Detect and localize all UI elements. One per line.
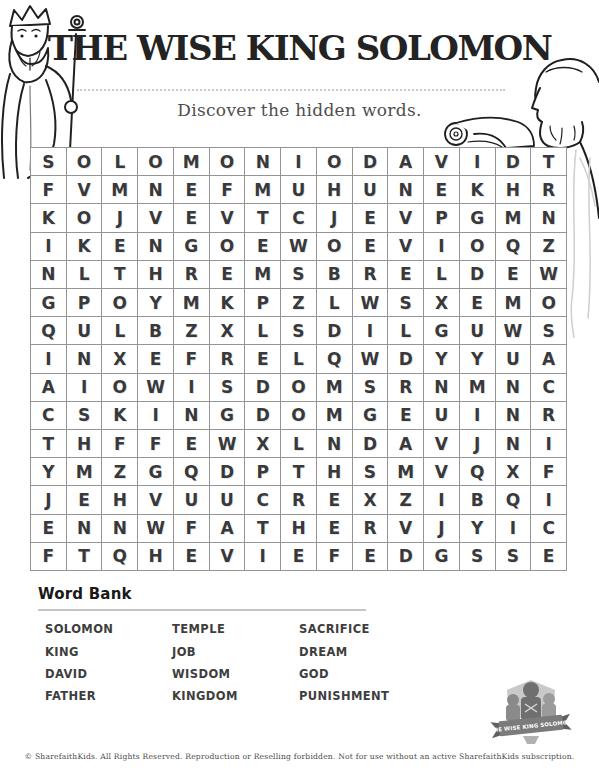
grid-cell-r2c9: H	[317, 176, 353, 204]
grid-cell-r15c15: E	[531, 543, 567, 571]
grid-cell-r2c11: N	[388, 176, 424, 204]
grid-cell-r6c7: P	[245, 289, 281, 317]
grid-cell-r6c3: O	[102, 289, 138, 317]
grid-cell-r15c11: D	[388, 543, 424, 571]
grid-cell-r13c12: I	[424, 486, 460, 514]
grid-cell-r8c15: A	[531, 345, 567, 373]
grid-cell-r14c4: W	[138, 515, 174, 543]
grid-cell-r6c1: G	[31, 289, 67, 317]
grid-cell-r6c12: X	[424, 289, 460, 317]
grid-cell-r4c6: O	[210, 233, 246, 261]
grid-cell-r5c4: H	[138, 261, 174, 289]
grid-cell-r6c10: W	[353, 289, 389, 317]
grid-cell-r8c7: E	[245, 345, 281, 373]
grid-cell-r5c11: E	[388, 261, 424, 289]
grid-cell-r5c15: W	[531, 261, 567, 289]
grid-cell-r2c14: H	[496, 176, 532, 204]
word-bank-item: KINGDOM	[172, 689, 299, 703]
grid-cell-r14c6: A	[210, 515, 246, 543]
grid-cell-r8c9: Q	[317, 345, 353, 373]
grid-cell-r12c11: M	[388, 458, 424, 486]
grid-cell-r14c12: J	[424, 515, 460, 543]
grid-cell-r15c7: I	[245, 543, 281, 571]
grid-cell-r8c13: Y	[460, 345, 496, 373]
grid-cell-r14c5: F	[174, 515, 210, 543]
grid-cell-r15c12: G	[424, 543, 460, 571]
grid-cell-r12c4: G	[138, 458, 174, 486]
grid-cell-r15c10: E	[353, 543, 389, 571]
grid-cell-r7c9: D	[317, 317, 353, 345]
grid-cell-r3c12: P	[424, 204, 460, 232]
grid-cell-r14c2: N	[67, 515, 103, 543]
grid-cell-r14c15: C	[531, 515, 567, 543]
crown-icon	[10, 6, 50, 26]
word-search-grid: SOLOMONIODAVIDTFVMNEFMUHUNEKHRKOJVEVTCJE…	[30, 147, 567, 571]
grid-cell-r7c2: U	[67, 317, 103, 345]
grid-cell-r4c14: Q	[496, 233, 532, 261]
grid-cell-r5c12: L	[424, 261, 460, 289]
grid-cell-r13c11: Z	[388, 486, 424, 514]
grid-cell-r12c3: Z	[102, 458, 138, 486]
grid-cell-r3c14: M	[496, 204, 532, 232]
grid-cell-r10c12: U	[424, 402, 460, 430]
grid-cell-r12c13: Q	[460, 458, 496, 486]
grid-cell-r1c4: O	[138, 148, 174, 176]
grid-cell-r4c13: O	[460, 233, 496, 261]
grid-cell-r9c13: M	[460, 374, 496, 402]
word-bank-item: SACRIFICE	[299, 622, 449, 636]
grid-cell-r4c8: W	[281, 233, 317, 261]
grid-cell-r10c7: D	[245, 402, 281, 430]
word-bank-item: FATHER	[45, 689, 172, 703]
grid-cell-r1c11: A	[388, 148, 424, 176]
grid-cell-r1c13: I	[460, 148, 496, 176]
grid-cell-r2c13: K	[460, 176, 496, 204]
grid-cell-r1c9: O	[317, 148, 353, 176]
word-bank-item: GOD	[299, 667, 449, 681]
grid-cell-r1c6: O	[210, 148, 246, 176]
grid-cell-r5c7: M	[245, 261, 281, 289]
grid-cell-r9c12: N	[424, 374, 460, 402]
grid-cell-r10c6: G	[210, 402, 246, 430]
word-bank-item: TEMPLE	[172, 622, 299, 636]
grid-cell-r11c7: X	[245, 430, 281, 458]
grid-cell-r7c14: W	[496, 317, 532, 345]
grid-cell-r3c4: V	[138, 204, 174, 232]
grid-cell-r13c15: I	[531, 486, 567, 514]
grid-cell-r13c6: U	[210, 486, 246, 514]
word-bank-item: JOB	[172, 645, 299, 659]
word-bank-list: SOLOMONTEMPLESACRIFICEKINGJOBDREAMDAVIDW…	[45, 618, 449, 708]
grid-cell-r15c8: E	[281, 543, 317, 571]
worksheet-page: THE WISE KING SOLOMON Discover the hidde…	[0, 0, 599, 776]
grid-cell-r13c14: Q	[496, 486, 532, 514]
grid-cell-r6c9: L	[317, 289, 353, 317]
grid-cell-r7c7: L	[245, 317, 281, 345]
grid-cell-r2c2: V	[67, 176, 103, 204]
grid-cell-r7c10: I	[353, 317, 389, 345]
grid-cell-r13c10: X	[353, 486, 389, 514]
grid-cell-r4c4: N	[138, 233, 174, 261]
page-title: THE WISE KING SOLOMON	[0, 28, 599, 68]
grid-cell-r2c12: E	[424, 176, 460, 204]
grid-cell-r8c12: Y	[424, 345, 460, 373]
grid-cell-r4c10: E	[353, 233, 389, 261]
grid-cell-r14c3: N	[102, 515, 138, 543]
grid-cell-r12c8: T	[281, 458, 317, 486]
grid-cell-r12c7: P	[245, 458, 281, 486]
grid-cell-r15c9: F	[317, 543, 353, 571]
grid-cell-r15c14: S	[496, 543, 532, 571]
grid-cell-r8c11: D	[388, 345, 424, 373]
grid-cell-r8c2: N	[67, 345, 103, 373]
grid-cell-r3c15: N	[531, 204, 567, 232]
grid-cell-r6c14: M	[496, 289, 532, 317]
grid-cell-r1c8: I	[281, 148, 317, 176]
dotted-divider	[77, 89, 505, 91]
grid-cell-r3c8: C	[281, 204, 317, 232]
grid-cell-r10c14: N	[496, 402, 532, 430]
grid-cell-r2c4: N	[138, 176, 174, 204]
grid-cell-r12c1: Y	[31, 458, 67, 486]
grid-cell-r6c13: E	[460, 289, 496, 317]
grid-cell-r11c1: T	[31, 430, 67, 458]
grid-cell-r7c4: B	[138, 317, 174, 345]
logo-badge: THE WISE KING SOLOMON	[487, 674, 575, 748]
grid-cell-r5c5: R	[174, 261, 210, 289]
grid-cell-r9c11: R	[388, 374, 424, 402]
grid-cell-r1c7: N	[245, 148, 281, 176]
grid-cell-r12c2: M	[67, 458, 103, 486]
grid-cell-r7c13: U	[460, 317, 496, 345]
grid-cell-r14c13: Y	[460, 515, 496, 543]
grid-cell-r9c15: C	[531, 374, 567, 402]
grid-cell-r1c3: L	[102, 148, 138, 176]
grid-cell-r2c7: M	[245, 176, 281, 204]
grid-cell-r15c1: F	[31, 543, 67, 571]
grid-cell-r6c15: O	[531, 289, 567, 317]
grid-cell-r1c1: S	[31, 148, 67, 176]
grid-cell-r6c6: K	[210, 289, 246, 317]
grid-cell-r12c10: S	[353, 458, 389, 486]
grid-cell-r3c7: T	[245, 204, 281, 232]
word-bank-divider	[38, 609, 366, 611]
grid-cell-r11c14: N	[496, 430, 532, 458]
grid-cell-r4c15: Z	[531, 233, 567, 261]
grid-cell-r10c11: E	[388, 402, 424, 430]
grid-cell-r14c9: E	[317, 515, 353, 543]
grid-cell-r8c6: R	[210, 345, 246, 373]
grid-cell-r15c6: V	[210, 543, 246, 571]
grid-cell-r2c8: U	[281, 176, 317, 204]
grid-cell-r10c8: O	[281, 402, 317, 430]
grid-cell-r4c5: G	[174, 233, 210, 261]
grid-cell-r2c10: U	[353, 176, 389, 204]
grid-cell-r10c4: I	[138, 402, 174, 430]
grid-cell-r9c4: W	[138, 374, 174, 402]
grid-cell-r8c8: L	[281, 345, 317, 373]
grid-cell-r11c2: H	[67, 430, 103, 458]
grid-cell-r3c13: G	[460, 204, 496, 232]
grid-cell-r4c2: K	[67, 233, 103, 261]
grid-cell-r13c9: E	[317, 486, 353, 514]
grid-cell-r13c4: V	[138, 486, 174, 514]
grid-cell-r11c5: E	[174, 430, 210, 458]
grid-cell-r3c3: J	[102, 204, 138, 232]
grid-cell-r12c5: Q	[174, 458, 210, 486]
grid-cell-r3c6: V	[210, 204, 246, 232]
word-bank-item: DREAM	[299, 645, 449, 659]
grid-cell-r9c9: M	[317, 374, 353, 402]
grid-cell-r11c12: V	[424, 430, 460, 458]
grid-cell-r5c10: R	[353, 261, 389, 289]
grid-cell-r7c11: L	[388, 317, 424, 345]
grid-cell-r8c5: F	[174, 345, 210, 373]
grid-cell-r10c13: I	[460, 402, 496, 430]
word-bank-item: DAVID	[45, 667, 172, 681]
grid-cell-r14c10: R	[353, 515, 389, 543]
page-subtitle: Discover the hidden words.	[0, 100, 599, 120]
grid-cell-r9c5: I	[174, 374, 210, 402]
word-bank-item: KING	[45, 645, 172, 659]
grid-cell-r1c5: M	[174, 148, 210, 176]
grid-cell-r4c11: V	[388, 233, 424, 261]
grid-cell-r5c2: L	[67, 261, 103, 289]
grid-cell-r2c3: M	[102, 176, 138, 204]
grid-cell-r7c5: Z	[174, 317, 210, 345]
grid-cell-r7c6: X	[210, 317, 246, 345]
grid-cell-r13c13: B	[460, 486, 496, 514]
grid-cell-r10c9: M	[317, 402, 353, 430]
word-bank-item: PUNISHMENT	[299, 689, 449, 703]
grid-cell-r7c8: S	[281, 317, 317, 345]
grid-cell-r4c1: I	[31, 233, 67, 261]
grid-cell-r5c1: N	[31, 261, 67, 289]
grid-cell-r15c4: H	[138, 543, 174, 571]
grid-cell-r11c6: W	[210, 430, 246, 458]
grid-cell-r9c1: A	[31, 374, 67, 402]
grid-cell-r9c7: D	[245, 374, 281, 402]
grid-cell-r10c5: N	[174, 402, 210, 430]
grid-cell-r3c9: J	[317, 204, 353, 232]
grid-cell-r7c3: L	[102, 317, 138, 345]
grid-cell-r2c1: F	[31, 176, 67, 204]
grid-cell-r4c12: I	[424, 233, 460, 261]
grid-cell-r6c4: Y	[138, 289, 174, 317]
grid-cell-r5c14: E	[496, 261, 532, 289]
grid-cell-r10c3: K	[102, 402, 138, 430]
footer-copyright: © SharefaithKids. All Rights Reserved. R…	[0, 752, 599, 761]
grid-cell-r13c5: U	[174, 486, 210, 514]
grid-cell-r1c10: D	[353, 148, 389, 176]
logo-characters-icon	[506, 680, 556, 721]
grid-cell-r4c7: E	[245, 233, 281, 261]
grid-cell-r12c6: D	[210, 458, 246, 486]
grid-cell-r14c7: T	[245, 515, 281, 543]
grid-cell-r6c5: M	[174, 289, 210, 317]
grid-cell-r11c15: I	[531, 430, 567, 458]
grid-cell-r9c6: S	[210, 374, 246, 402]
grid-cell-r1c15: T	[531, 148, 567, 176]
grid-cell-r8c10: W	[353, 345, 389, 373]
grid-cell-r13c1: J	[31, 486, 67, 514]
grid-cell-r11c11: A	[388, 430, 424, 458]
grid-cell-r9c2: I	[67, 374, 103, 402]
grid-cell-r10c2: S	[67, 402, 103, 430]
grid-cell-r7c15: S	[531, 317, 567, 345]
grid-cell-r1c12: V	[424, 148, 460, 176]
grid-cell-r1c14: D	[496, 148, 532, 176]
grid-cell-r9c10: S	[353, 374, 389, 402]
grid-cell-r9c8: O	[281, 374, 317, 402]
grid-cell-r10c10: G	[353, 402, 389, 430]
grid-cell-r14c11: V	[388, 515, 424, 543]
grid-cell-r2c6: F	[210, 176, 246, 204]
grid-cell-r3c2: O	[67, 204, 103, 232]
grid-cell-r14c8: H	[281, 515, 317, 543]
grid-cell-r7c12: G	[424, 317, 460, 345]
grid-cell-r11c4: F	[138, 430, 174, 458]
grid-cell-r13c7: C	[245, 486, 281, 514]
grid-cell-r7c1: Q	[31, 317, 67, 345]
grid-cell-r14c1: E	[31, 515, 67, 543]
grid-cell-r12c14: X	[496, 458, 532, 486]
grid-cell-r10c15: R	[531, 402, 567, 430]
grid-cell-r5c6: E	[210, 261, 246, 289]
grid-cell-r8c14: U	[496, 345, 532, 373]
grid-cell-r5c13: D	[460, 261, 496, 289]
grid-cell-r14c14: I	[496, 515, 532, 543]
grid-cell-r6c8: Z	[281, 289, 317, 317]
grid-cell-r13c2: E	[67, 486, 103, 514]
grid-cell-r5c3: T	[102, 261, 138, 289]
grid-cell-r15c2: T	[67, 543, 103, 571]
grid-cell-r11c9: N	[317, 430, 353, 458]
grid-cell-r8c4: E	[138, 345, 174, 373]
grid-cell-r2c15: R	[531, 176, 567, 204]
grid-cell-r12c12: V	[424, 458, 460, 486]
grid-cell-r15c5: E	[174, 543, 210, 571]
grid-cell-r6c11: S	[388, 289, 424, 317]
grid-cell-r2c5: E	[174, 176, 210, 204]
grid-cell-r12c15: F	[531, 458, 567, 486]
scroll-icon	[445, 118, 534, 148]
word-bank-item: WISDOM	[172, 667, 299, 681]
grid-cell-r13c8: R	[281, 486, 317, 514]
grid-cell-r15c3: Q	[102, 543, 138, 571]
grid-cell-r11c3: F	[102, 430, 138, 458]
grid-cell-r3c5: E	[174, 204, 210, 232]
grid-cell-r5c9: B	[317, 261, 353, 289]
grid-cell-r8c1: I	[31, 345, 67, 373]
grid-cell-r8c3: X	[102, 345, 138, 373]
grid-cell-r12c9: H	[317, 458, 353, 486]
grid-cell-r11c10: D	[353, 430, 389, 458]
grid-cell-r13c3: H	[102, 486, 138, 514]
grid-cell-r3c11: V	[388, 204, 424, 232]
grid-cell-r5c8: S	[281, 261, 317, 289]
grid-cell-r4c3: E	[102, 233, 138, 261]
grid-cell-r11c8: L	[281, 430, 317, 458]
word-bank-item: SOLOMON	[45, 622, 172, 636]
grid-cell-r3c1: K	[31, 204, 67, 232]
grid-cell-r1c2: O	[67, 148, 103, 176]
grid-cell-r6c2: P	[67, 289, 103, 317]
grid-cell-r4c9: O	[317, 233, 353, 261]
grid-cell-r9c3: O	[102, 374, 138, 402]
grid-cell-r3c10: E	[353, 204, 389, 232]
grid-cell-r10c1: C	[31, 402, 67, 430]
grid-cell-r9c14: N	[496, 374, 532, 402]
grid-cell-r11c13: J	[460, 430, 496, 458]
grid-cell-r15c13: S	[460, 543, 496, 571]
word-bank-heading: Word Bank	[38, 585, 132, 603]
